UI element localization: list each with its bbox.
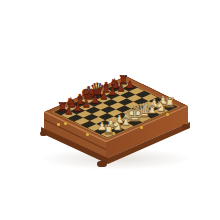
piece-red-pawn[interactable]: ♟ [117, 83, 126, 93]
piece-red-pawn[interactable]: ♟ [91, 95, 100, 105]
piece-red-pawn[interactable]: ♟ [126, 80, 135, 90]
pieces-layer: ♜♞♝♛♚♝♞♜♟♟♟♟♟♟♟♟♟♟♟♟♟♟♟♟♜♞♝♛♚♝♞♜ [0, 0, 220, 220]
product-photo-chess-set: ♜♞♝♛♚♝♞♜♟♟♟♟♟♟♟♟♟♟♟♟♟♟♟♟♜♞♝♛♚♝♞♜ [0, 0, 220, 220]
piece-red-pawn[interactable]: ♟ [65, 106, 74, 116]
piece-red-pawn[interactable]: ♟ [73, 103, 82, 113]
piece-white-rook[interactable]: ♜ [103, 123, 115, 136]
piece-red-pawn[interactable]: ♟ [108, 87, 117, 97]
piece-red-pawn[interactable]: ♟ [82, 99, 91, 109]
piece-red-pawn[interactable]: ♟ [99, 91, 108, 101]
